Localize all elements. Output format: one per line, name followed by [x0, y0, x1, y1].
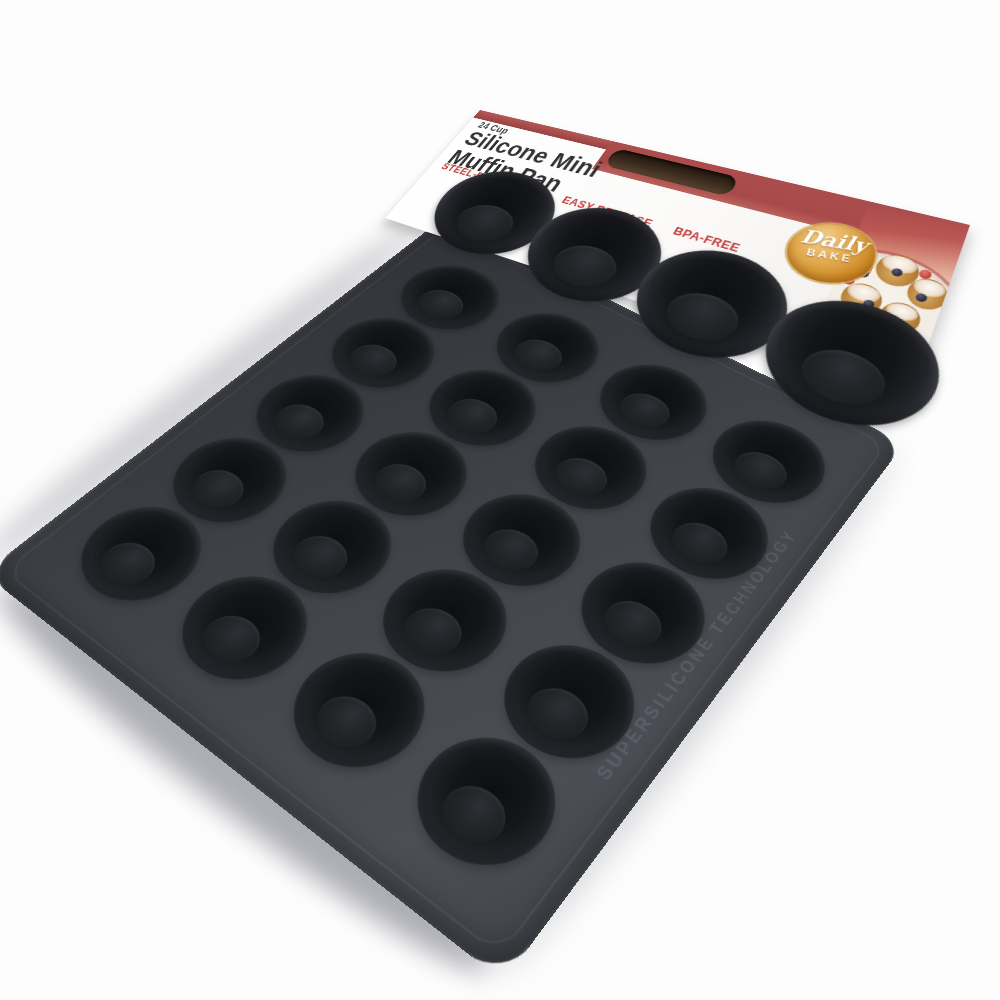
- product-photo: SUPERSILICONE TECHNOLOGY 24 Cup Silicone…: [0, 0, 1000, 1000]
